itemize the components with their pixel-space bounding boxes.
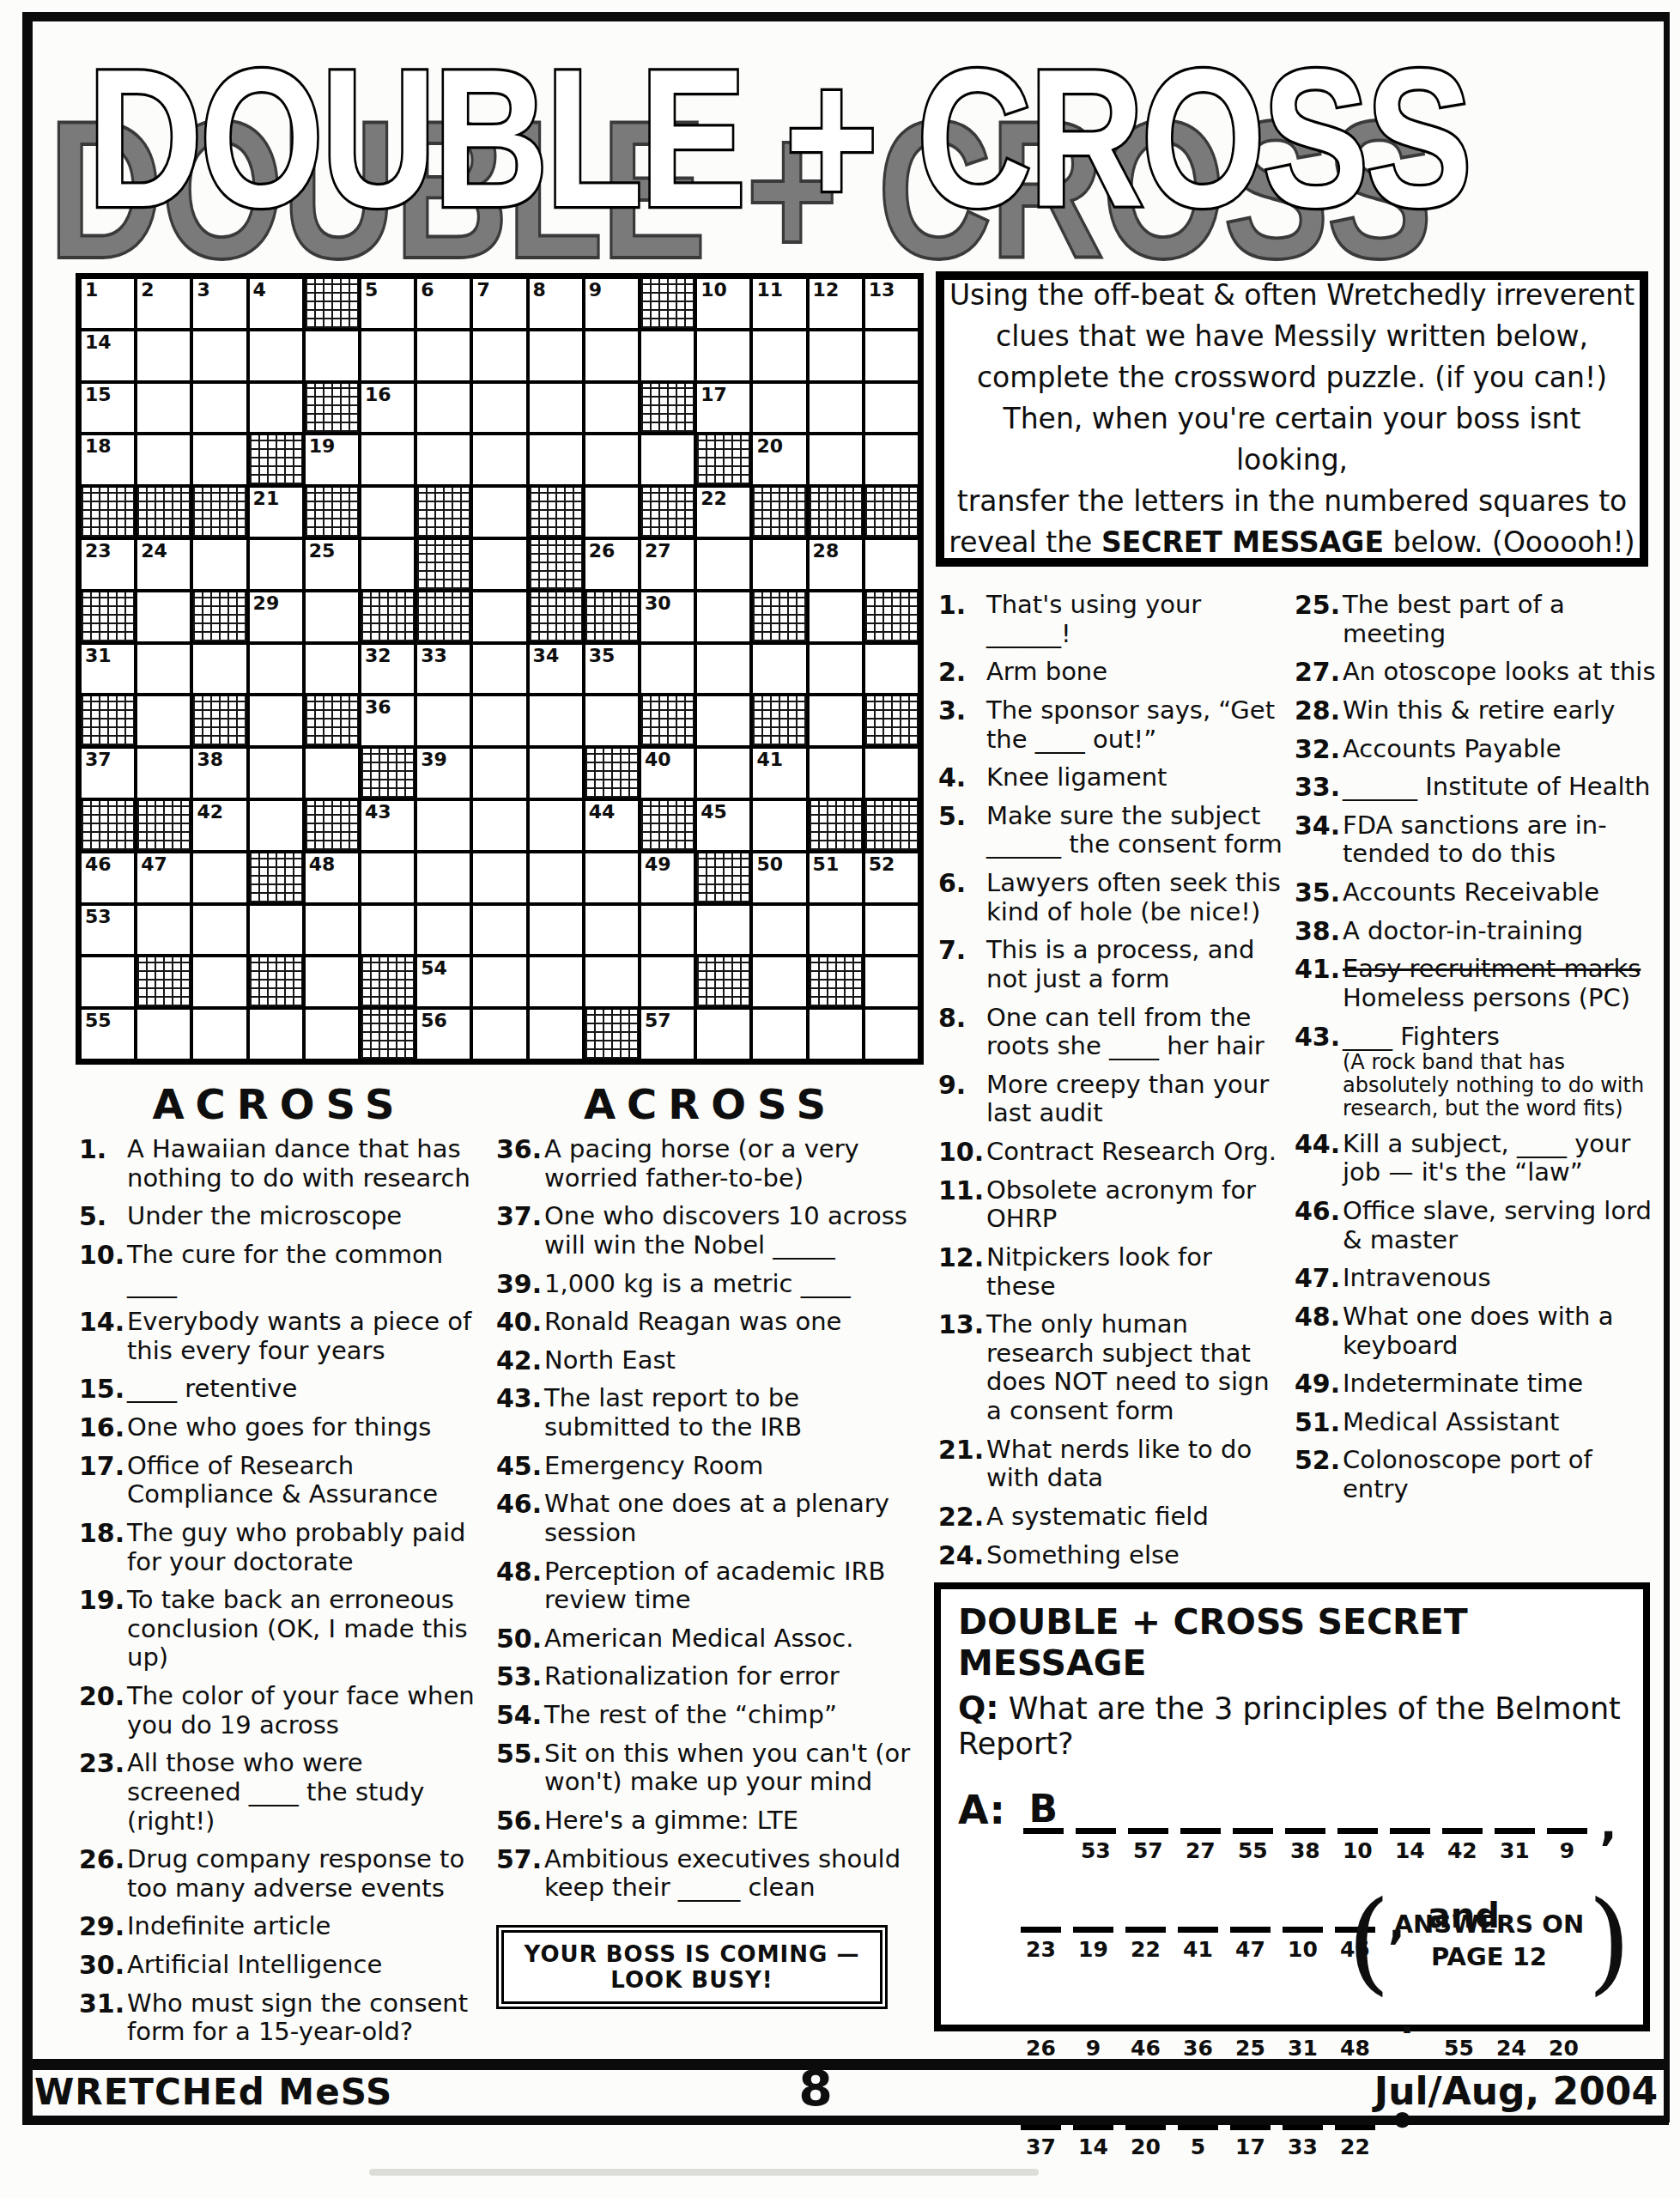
grid-cell-r4c15[interactable]	[864, 434, 919, 486]
grid-cell-blocked-r14c14	[808, 956, 864, 1008]
grid-cell-r8c13[interactable]	[751, 643, 807, 695]
grid-cell-r1c3[interactable]: 3	[191, 277, 247, 330]
title-text: DOUBLE + CROSS	[88, 41, 1470, 237]
grid-cell-r7c14[interactable]	[808, 591, 864, 643]
grid-cell-r5c12[interactable]: 22	[695, 486, 751, 538]
clue-text: The color of your face when you do 19 ac…	[127, 1682, 482, 1740]
down-clue-52: 52.Colonoscope port of entry	[1295, 1446, 1660, 1503]
grid-cell-r11c4[interactable]	[248, 799, 304, 852]
cell-number: 28	[813, 541, 840, 562]
grid-cell-r13c3[interactable]	[191, 904, 247, 956]
grid-cell-r15c8[interactable]	[471, 1008, 527, 1060]
instruction-line: clues that we have Messily written below…	[944, 316, 1640, 357]
grid-cell-r6c1[interactable]: 23	[80, 538, 136, 591]
down-clue-10: 10.Contract Research Org.	[938, 1138, 1285, 1167]
grid-cell-r8c12[interactable]	[695, 643, 751, 695]
grid-cell-r12c5[interactable]: 48	[304, 852, 360, 904]
secret-blank-9[interactable]: 9	[1547, 1790, 1587, 1863]
grid-cell-r14c7[interactable]: 54	[415, 956, 471, 1008]
grid-cell-r13c15[interactable]	[864, 904, 919, 956]
grid-cell-r14c8[interactable]	[471, 956, 527, 1008]
grid-cell-r9c10[interactable]	[584, 695, 640, 747]
grid-cell-r8c1[interactable]: 31	[80, 643, 136, 695]
grid-cell-r8c4[interactable]	[248, 643, 304, 695]
grid-cell-r6c5[interactable]: 25	[304, 538, 360, 591]
grid-cell-blocked-r6c7	[415, 538, 471, 591]
blank-number: 41	[1183, 1937, 1213, 1962]
grid-cell-r13c4[interactable]	[248, 904, 304, 956]
grid-cell-r8c6[interactable]: 32	[360, 643, 415, 695]
grid-cell-r3c4[interactable]	[248, 382, 304, 434]
grid-cell-r13c10[interactable]	[584, 904, 640, 956]
grid-cell-r9c9[interactable]	[528, 695, 584, 747]
grid-cell-r15c12[interactable]	[695, 1008, 751, 1060]
grid-cell-r4c2[interactable]	[136, 434, 191, 486]
across-clue-53: 53.Rationalization for error	[496, 1662, 925, 1691]
grid-cell-r13c13[interactable]	[751, 904, 807, 956]
secret-blank-42[interactable]: 42	[1442, 1790, 1483, 1863]
grid-cell-r15c9[interactable]	[528, 1008, 584, 1060]
grid-cell-r7c5[interactable]	[304, 591, 360, 643]
grid-cell-r3c13[interactable]	[751, 382, 807, 434]
grid-cell-r13c7[interactable]	[415, 904, 471, 956]
grid-cell-r15c5[interactable]	[304, 1008, 360, 1060]
grid-cell-r14c13[interactable]	[751, 956, 807, 1008]
cell-number: 9	[589, 280, 602, 301]
grid-cell-r15c14[interactable]	[808, 1008, 864, 1060]
cell-number: 8	[533, 280, 546, 301]
secret-blank-53[interactable]: 53	[1076, 1790, 1116, 1863]
grid-cell-r10c11[interactable]: 40	[640, 747, 695, 799]
secret-blank-20[interactable]: 20	[1544, 1988, 1584, 2061]
grid-cell-r2c7[interactable]	[415, 330, 471, 382]
across-clues-column-2: 36.A pacing horse (or a very worried fat…	[496, 1135, 925, 1912]
grid-cell-r4c14[interactable]	[808, 434, 864, 486]
grid-cell-r1c6[interactable]: 5	[360, 277, 415, 330]
grid-cell-r12c8[interactable]	[471, 852, 527, 904]
grid-cell-r9c14[interactable]	[808, 695, 864, 747]
grid-cell-r2c14[interactable]	[808, 330, 864, 382]
blank-line	[1491, 1988, 1531, 2031]
grid-cell-r2c9[interactable]	[528, 330, 584, 382]
clue-text: Obsolete acronym for OHRP	[986, 1176, 1285, 1234]
secret-blank-31[interactable]: 31	[1283, 1988, 1323, 2061]
grid-cell-r8c15[interactable]	[864, 643, 919, 695]
grid-cell-r3c6[interactable]: 16	[360, 382, 415, 434]
grid-cell-r7c11[interactable]: 30	[640, 591, 695, 643]
grid-cell-r3c8[interactable]	[471, 382, 527, 434]
grid-cell-r8c9[interactable]: 34	[528, 643, 584, 695]
secret-blank-38[interactable]: 38	[1285, 1790, 1325, 1863]
secret-blank-46[interactable]: 46	[1125, 1988, 1166, 2061]
grid-cell-r14c11[interactable]	[640, 956, 695, 1008]
clue-text: Ambitious executives should keep their _…	[544, 1845, 925, 1903]
grid-cell-r3c14[interactable]	[808, 382, 864, 434]
grid-cell-r1c9[interactable]: 8	[528, 277, 584, 330]
clue-number: 12.	[938, 1243, 986, 1301]
grid-cell-r5c6[interactable]	[360, 486, 415, 538]
secret-blank-19[interactable]: 19	[1073, 1889, 1113, 1962]
grid-cell-r4c11[interactable]	[640, 434, 695, 486]
clue-text: Intravenous	[1343, 1264, 1491, 1293]
grid-cell-r6c12[interactable]	[695, 538, 751, 591]
down-clue-47: 47.Intravenous	[1295, 1264, 1660, 1293]
answers-note-line1: ANSWERS ON	[1394, 1909, 1585, 1941]
grid-cell-r12c9[interactable]	[528, 852, 584, 904]
grid-cell-r15c13[interactable]	[751, 1008, 807, 1060]
grid-cell-r1c2[interactable]: 2	[136, 277, 191, 330]
cell-number: 47	[141, 854, 167, 875]
grid-cell-r15c11[interactable]: 57	[640, 1008, 695, 1060]
grid-cell-r5c4[interactable]: 21	[248, 486, 304, 538]
grid-cell-r8c7[interactable]: 33	[415, 643, 471, 695]
grid-cell-r8c5[interactable]	[304, 643, 360, 695]
grid-cell-r10c5[interactable]	[304, 747, 360, 799]
grid-cell-r8c8[interactable]	[471, 643, 527, 695]
grid-cell-r14c3[interactable]	[191, 956, 247, 1008]
grid-cell-r15c1[interactable]: 55	[80, 1008, 136, 1060]
down-clue-51: 51.Medical Assistant	[1295, 1408, 1660, 1437]
grid-cell-r13c2[interactable]	[136, 904, 191, 956]
down-clue-27: 27.An otoscope looks at this	[1295, 658, 1660, 687]
grid-cell-r6c6[interactable]	[360, 538, 415, 591]
grid-cell-r8c3[interactable]	[191, 643, 247, 695]
grid-cell-r4c9[interactable]	[528, 434, 584, 486]
clue-text: Artificial Intelligence	[127, 1951, 382, 1980]
clue-text: The guy who probably paid for your docto…	[127, 1519, 482, 1576]
grid-cell-r12c10[interactable]	[584, 852, 640, 904]
grid-cell-r9c4[interactable]	[248, 695, 304, 747]
secret-blank-25[interactable]: 25	[1230, 1988, 1271, 2061]
grid-cell-blocked-r5c5	[304, 486, 360, 538]
instruction-line: complete the crossword puzzle. (if you c…	[944, 357, 1640, 398]
grid-cell-r1c10[interactable]: 9	[584, 277, 640, 330]
grid-cell-r14c10[interactable]	[584, 956, 640, 1008]
clue-number: 48.	[496, 1557, 544, 1615]
clue-number: 1.	[938, 591, 986, 648]
grid-cell-r4c1[interactable]: 18	[80, 434, 136, 486]
grid-cell-r13c6[interactable]	[360, 904, 415, 956]
grid-cell-blocked-r4c4	[248, 434, 304, 486]
clue-number: 26.	[79, 1845, 127, 1903]
grid-cell-r14c9[interactable]	[528, 956, 584, 1008]
grid-cell-r14c5[interactable]	[304, 956, 360, 1008]
grid-cell-r10c7[interactable]: 39	[415, 747, 471, 799]
cell-number: 15	[85, 385, 112, 405]
grid-cell-r1c7[interactable]: 6	[415, 277, 471, 330]
secret-blank-55[interactable]: 55	[1233, 1790, 1273, 1863]
grid-cell-r3c7[interactable]	[415, 382, 471, 434]
grid-cell-blocked-r6c9	[528, 538, 584, 591]
clue-number: 11.	[938, 1176, 986, 1234]
grid-cell-r12c3[interactable]	[191, 852, 247, 904]
secret-blank-14[interactable]: 14	[1390, 1790, 1430, 1863]
grid-cell-r3c9[interactable]	[528, 382, 584, 434]
grid-cell-r6c2[interactable]: 24	[136, 538, 191, 591]
clue-text: Kill a subject, ____ your job — it's the…	[1343, 1130, 1660, 1187]
grid-cell-r14c1[interactable]	[80, 956, 136, 1008]
grid-cell-r3c3[interactable]	[191, 382, 247, 434]
secret-blank-10[interactable]: 10	[1283, 1889, 1323, 1962]
grid-cell-r12c11[interactable]: 49	[640, 852, 695, 904]
grid-cell-r15c4[interactable]	[248, 1008, 304, 1060]
grid-cell-r2c12[interactable]	[695, 330, 751, 382]
cell-number: 57	[645, 1011, 671, 1031]
down-clue-4: 4.Knee ligament	[938, 763, 1285, 792]
grid-cell-r2c3[interactable]	[191, 330, 247, 382]
secret-blank-22[interactable]: 22	[1125, 1889, 1166, 1962]
secret-blank-24[interactable]: 24	[1491, 1988, 1531, 2061]
secret-blank-B[interactable]: B	[1023, 1790, 1064, 1838]
secret-blank-31[interactable]: 31	[1495, 1790, 1535, 1863]
cell-number: 7	[476, 280, 489, 301]
grid-cell-r4c8[interactable]	[471, 434, 527, 486]
cell-number: 4	[253, 280, 266, 301]
grid-cell-r10c1[interactable]: 37	[80, 747, 136, 799]
grid-cell-r1c15[interactable]: 13	[864, 277, 919, 330]
grid-cell-blocked-r7c7	[415, 591, 471, 643]
grid-cell-r2c15[interactable]	[864, 330, 919, 382]
clue-number: 53.	[496, 1662, 544, 1691]
grid-cell-r13c9[interactable]	[528, 904, 584, 956]
cell-number: 14	[85, 332, 112, 353]
grid-cell-r12c7[interactable]	[415, 852, 471, 904]
grid-cell-r8c2[interactable]	[136, 643, 191, 695]
grid-cell-r2c4[interactable]	[248, 330, 304, 382]
grid-cell-r15c15[interactable]	[864, 1008, 919, 1060]
grid-cell-r4c6[interactable]	[360, 434, 415, 486]
grid-cell-r9c12[interactable]	[695, 695, 751, 747]
secret-blank-27[interactable]: 27	[1180, 1790, 1221, 1863]
grid-cell-r10c4[interactable]	[248, 747, 304, 799]
grid-cell-r3c1[interactable]: 15	[80, 382, 136, 434]
grid-cell-r13c12[interactable]	[695, 904, 751, 956]
instruction-line: reveal the SECRET MESSAGE below. (Oooooh…	[944, 522, 1640, 563]
grid-cell-r11c6[interactable]: 43	[360, 799, 415, 852]
cell-number: 26	[589, 541, 616, 562]
across-header-1: ACROSS	[77, 1080, 481, 1128]
grid-cell-r6c14[interactable]: 28	[808, 538, 864, 591]
across-clue-10: 10.The cure for the common ____	[79, 1241, 482, 1298]
grid-cell-r10c15[interactable]	[864, 747, 919, 799]
clue-number: 29.	[79, 1912, 127, 1941]
clue-text: The sponsor says, “Get the ____ out!”	[986, 696, 1285, 754]
cell-number: 24	[141, 541, 167, 562]
grid-cell-r7c4[interactable]: 29	[248, 591, 304, 643]
grid-cell-blocked-r14c2	[136, 956, 191, 1008]
grid-cell-r2c6[interactable]	[360, 330, 415, 382]
cell-number: 22	[701, 489, 727, 509]
blank-number: 36	[1183, 2036, 1213, 2061]
grid-cell-r13c14[interactable]	[808, 904, 864, 956]
secret-blank-10[interactable]: 10	[1337, 1790, 1378, 1863]
grid-cell-r10c12[interactable]	[695, 747, 751, 799]
grid-cell-r8c10[interactable]: 35	[584, 643, 640, 695]
down-clue-32: 32.Accounts Payable	[1295, 735, 1660, 764]
blank-line	[1547, 1790, 1587, 1834]
grid-cell-r3c10[interactable]	[584, 382, 640, 434]
cell-number: 36	[365, 697, 391, 718]
secret-blank-55[interactable]: 55	[1439, 1988, 1479, 2061]
clue-text: Make sure the subject ______ the consent…	[986, 802, 1285, 859]
blank-line	[1285, 1790, 1325, 1834]
clue-text: That's using your ______!	[986, 591, 1285, 648]
clue-text: Contract Research Org.	[986, 1138, 1277, 1167]
clue-text: Who must sign the consent form for a 15-…	[127, 1989, 482, 2047]
grid-cell-r10c2[interactable]	[136, 747, 191, 799]
grid-cell-r4c5[interactable]: 19	[304, 434, 360, 486]
grid-cell-blocked-r3c5	[304, 382, 360, 434]
cell-number: 3	[197, 280, 209, 301]
clue-number: 56.	[496, 1806, 544, 1836]
secret-blank-36[interactable]: 36	[1178, 1988, 1218, 2061]
grid-cell-r11c13[interactable]	[751, 799, 807, 852]
blank-number: 53	[1081, 1838, 1111, 1863]
across-clue-50: 50.American Medical Assoc.	[496, 1624, 925, 1654]
grid-cell-r11c3[interactable]: 42	[191, 799, 247, 852]
secret-blank-23[interactable]: 23	[1021, 1889, 1061, 1962]
grid-cell-r4c13[interactable]: 20	[751, 434, 807, 486]
grid-cell-r12c14[interactable]: 51	[808, 852, 864, 904]
secret-blank-41[interactable]: 41	[1178, 1889, 1218, 1962]
secret-blank-9[interactable]: 9	[1073, 1988, 1113, 2061]
blank-number: 10	[1343, 1838, 1373, 1863]
grid-cell-r4c7[interactable]	[415, 434, 471, 486]
grid-cell-r8c11[interactable]	[640, 643, 695, 695]
across-clue-30: 30.Artificial Intelligence	[79, 1951, 482, 1980]
grid-cell-r10c14[interactable]	[808, 747, 864, 799]
grid-cell-r13c8[interactable]	[471, 904, 527, 956]
down-clue-2: 2.Arm bone	[938, 658, 1285, 687]
across-clue-19: 19.To take back an erroneous conclusion …	[79, 1586, 482, 1673]
down-clue-13: 13.The only human research subject that …	[938, 1310, 1285, 1426]
grid-cell-r2c11[interactable]	[640, 330, 695, 382]
grid-cell-r11c12[interactable]: 45	[695, 799, 751, 852]
grid-cell-r10c13[interactable]: 41	[751, 747, 807, 799]
grid-cell-r13c11[interactable]	[640, 904, 695, 956]
grid-cell-blocked-r10c6	[360, 747, 415, 799]
grid-cell-r1c13[interactable]: 11	[751, 277, 807, 330]
grid-cell-r1c4[interactable]: 4	[248, 277, 304, 330]
clue-number: 37.	[496, 1202, 544, 1260]
grid-cell-r6c11[interactable]: 27	[640, 538, 695, 591]
grid-cell-r11c8[interactable]	[471, 799, 527, 852]
grid-cell-r8c14[interactable]	[808, 643, 864, 695]
clue-note: (A rock band that has absolutely nothing…	[1343, 1051, 1660, 1120]
clue-text: ____ Fighters(A rock band that has absol…	[1343, 1023, 1660, 1120]
grid-cell-r13c1[interactable]: 53	[80, 904, 136, 956]
grid-cell-r9c2[interactable]	[136, 695, 191, 747]
grid-cell-r15c7[interactable]: 56	[415, 1008, 471, 1060]
grid-cell-r1c1[interactable]: 1	[80, 277, 136, 330]
grid-cell-r6c8[interactable]	[471, 538, 527, 591]
grid-cell-r2c13[interactable]	[751, 330, 807, 382]
crossword-grid[interactable]: 1234567891011121314151617181920212223242…	[76, 273, 924, 1065]
grid-cell-r12c15[interactable]: 52	[864, 852, 919, 904]
clue-text: What one does at a plenary session	[544, 1490, 925, 1547]
grid-cell-r1c12[interactable]: 10	[695, 277, 751, 330]
clue-text: Indefinite article	[127, 1912, 331, 1941]
grid-cell-r12c13[interactable]: 50	[751, 852, 807, 904]
grid-cell-r7c2[interactable]	[136, 591, 191, 643]
grid-cell-r5c8[interactable]	[471, 486, 527, 538]
grid-cell-r2c1[interactable]: 14	[80, 330, 136, 382]
blank-line	[1021, 1988, 1061, 2031]
down-clue-11: 11.Obsolete acronym for OHRP	[938, 1176, 1285, 1234]
clue-number: 3.	[938, 696, 986, 754]
grid-cell-r10c9[interactable]	[528, 747, 584, 799]
blank-line	[1442, 1790, 1483, 1834]
boss-warning-box: YOUR BOSS IS COMING — LOOK BUSY!	[496, 1925, 888, 2009]
across-clue-57: 57.Ambitious executives should keep thei…	[496, 1845, 925, 1903]
grid-cell-r6c15[interactable]	[864, 538, 919, 591]
clue-number: 10.	[938, 1138, 986, 1167]
grid-cell-r4c10[interactable]	[584, 434, 640, 486]
grid-cell-r3c15[interactable]	[864, 382, 919, 434]
secret-blank-57[interactable]: 57	[1128, 1790, 1168, 1863]
grid-cell-r11c10[interactable]: 44	[584, 799, 640, 852]
grid-cell-blocked-r5c13	[751, 486, 807, 538]
grid-cell-r4c3[interactable]	[191, 434, 247, 486]
grid-cell-r13c5[interactable]	[304, 904, 360, 956]
boss-warning-text: YOUR BOSS IS COMING — LOOK BUSY!	[525, 1941, 860, 1993]
clue-number: 10.	[79, 1241, 127, 1298]
grid-cell-r11c7[interactable]	[415, 799, 471, 852]
grid-cell-r12c1[interactable]: 46	[80, 852, 136, 904]
secret-blank-26[interactable]: 26	[1021, 1988, 1061, 2061]
grid-cell-blocked-r9c15	[864, 695, 919, 747]
clue-number: 49.	[1295, 1369, 1343, 1399]
grid-cell-r12c6[interactable]	[360, 852, 415, 904]
grid-cell-r6c3[interactable]	[191, 538, 247, 591]
blank-number: 22	[1131, 1937, 1161, 1962]
grid-cell-r15c2[interactable]	[136, 1008, 191, 1060]
clue-text: Win this & retire early	[1343, 696, 1615, 726]
grid-cell-r15c3[interactable]	[191, 1008, 247, 1060]
grid-cell-r6c4[interactable]	[248, 538, 304, 591]
grid-cell-r2c10[interactable]	[584, 330, 640, 382]
clue-text: Something else	[986, 1541, 1180, 1570]
clue-number: 47.	[1295, 1264, 1343, 1293]
grid-cell-r9c6[interactable]: 36	[360, 695, 415, 747]
grid-cell-r7c12[interactable]	[695, 591, 751, 643]
grid-cell-r3c2[interactable]	[136, 382, 191, 434]
grid-cell-r2c8[interactable]	[471, 330, 527, 382]
grid-cell-r9c7[interactable]	[415, 695, 471, 747]
grid-cell-r2c5[interactable]	[304, 330, 360, 382]
clue-number: 40.	[496, 1308, 544, 1337]
grid-cell-r5c10[interactable]	[584, 486, 640, 538]
secret-blank-47[interactable]: 47	[1230, 1889, 1271, 1962]
clue-text: Lawyers often seek this kind of hole (be…	[986, 869, 1285, 926]
blank-number: 14	[1395, 1838, 1425, 1863]
grid-cell-r12c2[interactable]: 47	[136, 852, 191, 904]
grid-cell-r7c8[interactable]	[471, 591, 527, 643]
grid-cell-r10c3[interactable]: 38	[191, 747, 247, 799]
secret-answer-line-3: 2694636253148.552420	[1015, 1988, 1626, 2061]
down-clue-48: 48.What one does with a keyboard	[1295, 1302, 1660, 1360]
grid-cell-r14c15[interactable]	[864, 956, 919, 1008]
grid-cell-r10c8[interactable]	[471, 747, 527, 799]
grid-cell-r1c8[interactable]: 7	[471, 277, 527, 330]
grid-cell-r1c14[interactable]: 12	[808, 277, 864, 330]
grid-cell-r11c9[interactable]	[528, 799, 584, 852]
grid-cell-r6c13[interactable]	[751, 538, 807, 591]
grid-cell-r6c10[interactable]: 26	[584, 538, 640, 591]
grid-cell-r9c8[interactable]	[471, 695, 527, 747]
grid-cell-r2c2[interactable]	[136, 330, 191, 382]
grid-cell-r3c12[interactable]: 17	[695, 382, 751, 434]
